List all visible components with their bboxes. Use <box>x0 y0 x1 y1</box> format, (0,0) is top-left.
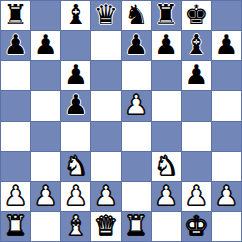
piece-black-pawn: ♟ <box>154 31 178 58</box>
square-f3[interactable]: ♞ <box>152 152 181 181</box>
piece-white-rook: ♜ <box>124 212 148 239</box>
piece-white-pawn: ♟ <box>64 182 88 209</box>
square-b8[interactable] <box>31 1 60 30</box>
piece-white-knight: ♞ <box>154 152 178 179</box>
piece-black-pawn: ♟ <box>184 61 208 88</box>
piece-black-rook: ♜ <box>3 1 27 28</box>
square-e4[interactable] <box>122 122 151 151</box>
piece-black-pawn: ♟ <box>64 91 88 118</box>
piece-white-king: ♚ <box>184 212 208 239</box>
piece-black-pawn: ♟ <box>64 61 88 88</box>
square-h4[interactable] <box>212 122 241 151</box>
chess-board: ♜♝♛♞♜♚♟♟♟♟♝♟♟♟♟♟♞♞♟♟♟♟♟♟♟♜♝♛♜♚ <box>0 0 242 242</box>
square-f4[interactable] <box>152 122 181 151</box>
piece-black-queen: ♛ <box>94 1 118 28</box>
square-h5[interactable] <box>212 91 241 120</box>
square-c3[interactable]: ♞ <box>61 152 90 181</box>
square-h7[interactable]: ♟ <box>212 31 241 60</box>
square-e2[interactable] <box>122 182 151 211</box>
square-g8[interactable]: ♚ <box>182 1 211 30</box>
square-a1[interactable]: ♜ <box>1 212 30 241</box>
piece-black-bishop: ♝ <box>184 31 208 58</box>
piece-white-pawn: ♟ <box>34 182 58 209</box>
square-e3[interactable] <box>122 152 151 181</box>
square-b3[interactable] <box>31 152 60 181</box>
square-c5[interactable]: ♟ <box>61 91 90 120</box>
square-e8[interactable]: ♞ <box>122 1 151 30</box>
square-a8[interactable]: ♜ <box>1 1 30 30</box>
piece-white-pawn: ♟ <box>94 182 118 209</box>
piece-black-pawn: ♟ <box>124 31 148 58</box>
square-d1[interactable]: ♛ <box>91 212 120 241</box>
piece-black-king: ♚ <box>184 1 208 28</box>
square-b6[interactable] <box>31 61 60 90</box>
piece-white-rook: ♜ <box>3 212 27 239</box>
square-d6[interactable] <box>91 61 120 90</box>
piece-white-pawn: ♟ <box>3 182 27 209</box>
square-f5[interactable] <box>152 91 181 120</box>
piece-black-rook: ♜ <box>154 1 178 28</box>
piece-black-pawn: ♟ <box>3 31 27 58</box>
piece-white-bishop: ♝ <box>64 212 88 239</box>
square-b2[interactable]: ♟ <box>31 182 60 211</box>
square-d5[interactable] <box>91 91 120 120</box>
piece-white-knight: ♞ <box>64 152 88 179</box>
square-h6[interactable] <box>212 61 241 90</box>
square-g5[interactable] <box>182 91 211 120</box>
square-f8[interactable]: ♜ <box>152 1 181 30</box>
square-c7[interactable] <box>61 31 90 60</box>
square-a5[interactable] <box>1 91 30 120</box>
piece-black-knight: ♞ <box>124 1 148 28</box>
square-f6[interactable] <box>152 61 181 90</box>
square-g2[interactable]: ♟ <box>182 182 211 211</box>
square-b5[interactable] <box>31 91 60 120</box>
square-b1[interactable] <box>31 212 60 241</box>
square-f1[interactable] <box>152 212 181 241</box>
square-h1[interactable] <box>212 212 241 241</box>
piece-white-queen: ♛ <box>94 212 118 239</box>
square-c2[interactable]: ♟ <box>61 182 90 211</box>
square-c4[interactable] <box>61 122 90 151</box>
square-a3[interactable] <box>1 152 30 181</box>
square-g4[interactable] <box>182 122 211 151</box>
square-a4[interactable] <box>1 122 30 151</box>
square-e5[interactable]: ♟ <box>122 91 151 120</box>
piece-black-pawn: ♟ <box>34 31 58 58</box>
square-a7[interactable]: ♟ <box>1 31 30 60</box>
square-e6[interactable] <box>122 61 151 90</box>
square-d7[interactable] <box>91 31 120 60</box>
square-g6[interactable]: ♟ <box>182 61 211 90</box>
square-a6[interactable] <box>1 61 30 90</box>
square-h2[interactable]: ♟ <box>212 182 241 211</box>
square-c8[interactable]: ♝ <box>61 1 90 30</box>
square-g1[interactable]: ♚ <box>182 212 211 241</box>
square-b4[interactable] <box>31 122 60 151</box>
square-c6[interactable]: ♟ <box>61 61 90 90</box>
square-d3[interactable] <box>91 152 120 181</box>
square-g3[interactable] <box>182 152 211 181</box>
square-g7[interactable]: ♝ <box>182 31 211 60</box>
piece-white-pawn: ♟ <box>154 182 178 209</box>
square-e1[interactable]: ♜ <box>122 212 151 241</box>
square-d4[interactable] <box>91 122 120 151</box>
square-f7[interactable]: ♟ <box>152 31 181 60</box>
square-f2[interactable]: ♟ <box>152 182 181 211</box>
piece-white-pawn: ♟ <box>214 182 238 209</box>
square-b7[interactable]: ♟ <box>31 31 60 60</box>
piece-white-pawn: ♟ <box>124 91 148 118</box>
square-h8[interactable] <box>212 1 241 30</box>
square-d8[interactable]: ♛ <box>91 1 120 30</box>
square-h3[interactable] <box>212 152 241 181</box>
piece-black-pawn: ♟ <box>214 31 238 58</box>
piece-black-bishop: ♝ <box>64 1 88 28</box>
square-d2[interactable]: ♟ <box>91 182 120 211</box>
square-a2[interactable]: ♟ <box>1 182 30 211</box>
square-e7[interactable]: ♟ <box>122 31 151 60</box>
square-c1[interactable]: ♝ <box>61 212 90 241</box>
piece-white-pawn: ♟ <box>184 182 208 209</box>
